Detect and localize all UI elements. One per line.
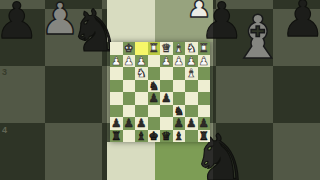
square-g5[interactable] — [123, 92, 136, 105]
square-b8[interactable] — [185, 130, 198, 143]
square-e5[interactable]: ♟ — [148, 92, 161, 105]
square-a8[interactable]: ♜ — [198, 130, 211, 143]
square-b7[interactable]: ♟ — [185, 117, 198, 130]
square-d8[interactable]: ♛ — [160, 130, 173, 143]
piece-black-r-h8: ♜ — [111, 129, 121, 142]
mini-board: ♚♜♛♝♞♜♟♟♟♟♟♟♟♞♝♞♟♟♞♟♟♟♟♟♟♜♝♚♛♝♜ — [110, 42, 210, 142]
piece-white-p-d2: ♟ — [161, 54, 171, 67]
piece-black-b-c8: ♝ — [174, 129, 184, 142]
piece-black-q-d8: ♛ — [161, 129, 171, 142]
piece-black-r-a8: ♜ — [199, 129, 209, 142]
left-dim-overlay — [0, 0, 107, 180]
square-h2[interactable]: ♟ — [110, 55, 123, 68]
piece-white-p-h2: ♟ — [111, 54, 121, 67]
piece-black-p-e5: ♟ — [149, 92, 159, 105]
piece-white-p-a2: ♟ — [199, 54, 209, 67]
square-e2[interactable] — [148, 55, 161, 68]
square-f5[interactable] — [135, 92, 148, 105]
piece-white-b-b3: ♝ — [186, 67, 196, 80]
square-g3[interactable] — [123, 67, 136, 80]
piece-white-n-f3: ♞ — [136, 67, 146, 80]
square-f8[interactable]: ♝ — [135, 130, 148, 143]
square-g8[interactable] — [123, 130, 136, 143]
square-a4[interactable] — [198, 80, 211, 93]
piece-black-p-b7: ♟ — [186, 117, 196, 130]
piece-white-p-c2: ♟ — [174, 54, 184, 67]
piece-black-p-g7: ♟ — [124, 117, 134, 130]
square-c3[interactable] — [173, 67, 186, 80]
square-h4[interactable] — [110, 80, 123, 93]
square-e8[interactable]: ♚ — [148, 130, 161, 143]
square-b4[interactable] — [185, 80, 198, 93]
square-d5[interactable]: ♟ — [160, 92, 173, 105]
square-d6[interactable] — [160, 105, 173, 118]
square-c8[interactable]: ♝ — [173, 130, 186, 143]
piece-white-r-e1: ♜ — [149, 42, 159, 55]
square-b3[interactable]: ♝ — [185, 67, 198, 80]
piece-white-p-g2: ♟ — [124, 54, 134, 67]
square-a2[interactable]: ♟ — [198, 55, 211, 68]
square-e1[interactable]: ♜ — [148, 42, 161, 55]
strip-square-bottom-left — [107, 142, 155, 180]
square-f4[interactable] — [135, 80, 148, 93]
piece-black-b-f8: ♝ — [136, 129, 146, 142]
square-h8[interactable]: ♜ — [110, 130, 123, 143]
square-f3[interactable]: ♞ — [135, 67, 148, 80]
square-h5[interactable] — [110, 92, 123, 105]
square-d2[interactable]: ♟ — [160, 55, 173, 68]
square-b5[interactable] — [185, 92, 198, 105]
video-frame: ♟♟♞♟♟♝♟♞ 3 4 ♚♜♛♝♞♜♟♟♟♟♟♟♟♞♝♞♟♟♞♟♟♟♟♟♟♜♝… — [0, 0, 320, 180]
square-d3[interactable] — [160, 67, 173, 80]
piece-black-k-e8: ♚ — [149, 129, 159, 142]
square-a5[interactable] — [198, 92, 211, 105]
square-g7[interactable]: ♟ — [123, 117, 136, 130]
square-h3[interactable] — [110, 67, 123, 80]
square-c4[interactable] — [173, 80, 186, 93]
square-e6[interactable] — [148, 105, 161, 118]
square-c2[interactable]: ♟ — [173, 55, 186, 68]
square-a3[interactable] — [198, 67, 211, 80]
right-dim-overlay — [213, 0, 320, 180]
square-g2[interactable]: ♟ — [123, 55, 136, 68]
piece-black-p-d5: ♟ — [161, 92, 171, 105]
square-g4[interactable] — [123, 80, 136, 93]
